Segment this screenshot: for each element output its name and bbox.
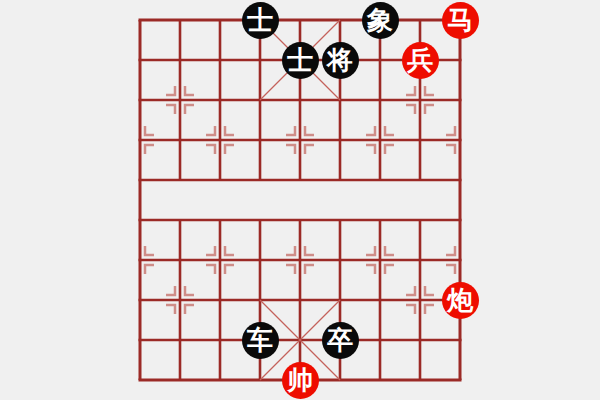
black-chariot[interactable]: 车: [242, 322, 279, 359]
red-cannon[interactable]: 炮: [442, 282, 479, 319]
xiangqi-screen: 士象马士将兵炮车卒帅: [0, 0, 600, 400]
red-general[interactable]: 帅: [282, 362, 319, 399]
black-elephant[interactable]: 象: [362, 2, 399, 39]
red-horse[interactable]: 马: [442, 2, 479, 39]
black-advisor-1[interactable]: 士: [242, 2, 279, 39]
black-soldier[interactable]: 卒: [322, 322, 359, 359]
red-pawn[interactable]: 兵: [402, 42, 439, 79]
black-advisor-2[interactable]: 士: [282, 42, 319, 79]
black-general[interactable]: 将: [322, 42, 359, 79]
xiangqi-board: 士象马士将兵炮车卒帅: [120, 0, 480, 400]
